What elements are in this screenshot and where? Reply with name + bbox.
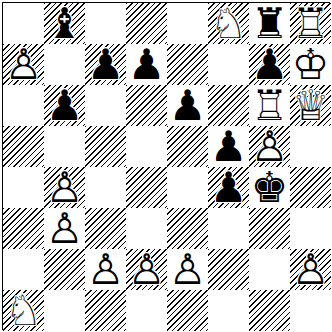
black-rook-piece: ♜♜ [249, 3, 290, 44]
white-knight-piece: ♞♘ [3, 290, 44, 331]
white-knight-piece: ♞♘ [208, 3, 249, 44]
square-h1[interactable] [290, 290, 331, 331]
square-b4[interactable]: ♟♙ [44, 167, 85, 208]
square-d2[interactable]: ♟♙ [126, 249, 167, 290]
piece-glyph: ♙ [5, 44, 43, 85]
square-h4[interactable] [290, 167, 331, 208]
square-f1[interactable] [208, 290, 249, 331]
white-rook-piece: ♜♖ [290, 3, 331, 44]
square-c6[interactable] [85, 85, 126, 126]
square-g7[interactable]: ♟♟ [249, 44, 290, 85]
square-b2[interactable] [44, 249, 85, 290]
square-c5[interactable] [85, 126, 126, 167]
square-g2[interactable] [249, 249, 290, 290]
piece-glyph: ♟ [251, 44, 289, 85]
square-g8[interactable]: ♜♜ [249, 3, 290, 44]
piece-glyph: ♙ [128, 249, 166, 290]
white-pawn-piece: ♟♙ [167, 249, 208, 290]
piece-glyph: ♕ [292, 85, 330, 126]
piece-glyph: ♙ [251, 126, 289, 167]
square-h5[interactable] [290, 126, 331, 167]
piece-glyph: ♟ [210, 126, 248, 167]
white-king-piece: ♚♔ [290, 44, 331, 85]
square-d8[interactable] [126, 3, 167, 44]
square-a5[interactable] [3, 126, 44, 167]
square-d4[interactable] [126, 167, 167, 208]
chess-board: ♝♝♞♘♜♜♜♖♟♙♟♟♟♟♟♟♚♔♟♟♟♟♜♖♛♕♟♟♟♙♟♙♟♟♚♚♟♙♟♙… [3, 3, 329, 329]
square-d3[interactable] [126, 208, 167, 249]
square-g1[interactable] [249, 290, 290, 331]
black-pawn-piece: ♟♟ [208, 167, 249, 208]
piece-glyph: ♘ [5, 290, 43, 331]
square-f6[interactable] [208, 85, 249, 126]
square-b7[interactable] [44, 44, 85, 85]
square-c4[interactable] [85, 167, 126, 208]
piece-glyph: ♙ [87, 249, 125, 290]
square-e2[interactable]: ♟♙ [167, 249, 208, 290]
square-a3[interactable] [3, 208, 44, 249]
white-pawn-piece: ♟♙ [249, 126, 290, 167]
square-d6[interactable] [126, 85, 167, 126]
black-pawn-piece: ♟♟ [44, 85, 85, 126]
square-c1[interactable] [85, 290, 126, 331]
piece-glyph: ♖ [292, 3, 330, 44]
square-f3[interactable] [208, 208, 249, 249]
piece-glyph: ♙ [292, 249, 330, 290]
square-a6[interactable] [3, 85, 44, 126]
square-g6[interactable]: ♜♖ [249, 85, 290, 126]
piece-glyph: ♟ [210, 167, 248, 208]
square-e6[interactable]: ♟♟ [167, 85, 208, 126]
white-pawn-piece: ♟♙ [44, 208, 85, 249]
piece-glyph: ♖ [251, 85, 289, 126]
square-g4[interactable]: ♚♚ [249, 167, 290, 208]
piece-glyph: ♘ [210, 3, 248, 44]
white-pawn-piece: ♟♙ [85, 249, 126, 290]
square-a2[interactable] [3, 249, 44, 290]
square-e8[interactable] [167, 3, 208, 44]
black-king-piece: ♚♚ [249, 167, 290, 208]
white-pawn-piece: ♟♙ [3, 44, 44, 85]
square-d1[interactable] [126, 290, 167, 331]
board-border: ♝♝♞♘♜♜♜♖♟♙♟♟♟♟♟♟♚♔♟♟♟♟♜♖♛♕♟♟♟♙♟♙♟♟♚♚♟♙♟♙… [2, 2, 330, 330]
piece-glyph: ♟ [169, 85, 207, 126]
square-a4[interactable] [3, 167, 44, 208]
piece-glyph: ♙ [169, 249, 207, 290]
square-h2[interactable]: ♟♙ [290, 249, 331, 290]
square-h7[interactable]: ♚♔ [290, 44, 331, 85]
square-c3[interactable] [85, 208, 126, 249]
square-h6[interactable]: ♛♕ [290, 85, 331, 126]
square-c7[interactable]: ♟♟ [85, 44, 126, 85]
piece-glyph: ♟ [128, 44, 166, 85]
white-pawn-piece: ♟♙ [290, 249, 331, 290]
square-e1[interactable] [167, 290, 208, 331]
black-pawn-piece: ♟♟ [249, 44, 290, 85]
white-rook-piece: ♜♖ [249, 85, 290, 126]
piece-glyph: ♙ [46, 208, 84, 249]
square-a1[interactable]: ♞♘ [3, 290, 44, 331]
square-c8[interactable] [85, 3, 126, 44]
square-b3[interactable]: ♟♙ [44, 208, 85, 249]
diagram-frame: ♝♝♞♘♜♜♜♖♟♙♟♟♟♟♟♟♚♔♟♟♟♟♜♖♛♕♟♟♟♙♟♙♟♟♚♚♟♙♟♙… [0, 0, 332, 332]
square-d5[interactable] [126, 126, 167, 167]
black-pawn-piece: ♟♟ [167, 85, 208, 126]
square-g5[interactable]: ♟♙ [249, 126, 290, 167]
black-pawn-piece: ♟♟ [85, 44, 126, 85]
square-b5[interactable] [44, 126, 85, 167]
square-f4[interactable]: ♟♟ [208, 167, 249, 208]
square-h3[interactable] [290, 208, 331, 249]
square-d7[interactable]: ♟♟ [126, 44, 167, 85]
square-g3[interactable] [249, 208, 290, 249]
square-b8[interactable]: ♝♝ [44, 3, 85, 44]
square-f8[interactable]: ♞♘ [208, 3, 249, 44]
square-b6[interactable]: ♟♟ [44, 85, 85, 126]
square-e4[interactable] [167, 167, 208, 208]
black-pawn-piece: ♟♟ [126, 44, 167, 85]
square-h8[interactable]: ♜♖ [290, 3, 331, 44]
white-pawn-piece: ♟♙ [44, 167, 85, 208]
square-e5[interactable] [167, 126, 208, 167]
square-a7[interactable]: ♟♙ [3, 44, 44, 85]
piece-glyph: ♚ [251, 167, 289, 208]
square-f5[interactable]: ♟♟ [208, 126, 249, 167]
square-e3[interactable] [167, 208, 208, 249]
black-pawn-piece: ♟♟ [208, 126, 249, 167]
piece-glyph: ♙ [46, 167, 84, 208]
white-queen-piece: ♛♕ [290, 85, 331, 126]
square-c2[interactable]: ♟♙ [85, 249, 126, 290]
square-f7[interactable] [208, 44, 249, 85]
square-f2[interactable] [208, 249, 249, 290]
piece-glyph: ♜ [251, 3, 289, 44]
square-b1[interactable] [44, 290, 85, 331]
square-a8[interactable] [3, 3, 44, 44]
white-pawn-piece: ♟♙ [126, 249, 167, 290]
square-e7[interactable] [167, 44, 208, 85]
piece-glyph: ♟ [87, 44, 125, 85]
black-bishop-piece: ♝♝ [44, 3, 85, 44]
piece-glyph: ♝ [46, 3, 84, 44]
piece-glyph: ♟ [46, 85, 84, 126]
piece-glyph: ♔ [292, 44, 330, 85]
